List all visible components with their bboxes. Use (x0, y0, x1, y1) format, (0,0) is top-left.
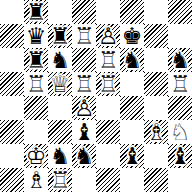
piece-white-rook[interactable]: ♜♖ (72, 72, 96, 96)
square-d1[interactable] (72, 168, 96, 192)
square-d2[interactable]: ♞♞ (72, 144, 96, 168)
square-b8[interactable]: ♜♜ (24, 0, 48, 24)
piece-glyph: ♗ (24, 168, 48, 192)
piece-glyph-halo: ♜ (24, 72, 48, 96)
square-h5[interactable]: ♜♖ (168, 72, 192, 96)
square-g3[interactable]: ♝♗ (144, 120, 168, 144)
piece-glyph: ♖ (72, 72, 96, 96)
piece-glyph: ♕ (48, 72, 72, 96)
square-e8[interactable] (96, 0, 120, 24)
piece-glyph-halo: ♞ (168, 120, 192, 144)
square-d5[interactable]: ♜♖ (72, 72, 96, 96)
piece-glyph-halo: ♜ (72, 72, 96, 96)
piece-glyph: ♗ (144, 120, 168, 144)
piece-black-knight[interactable]: ♞♞ (72, 144, 96, 168)
piece-black-knight[interactable]: ♞♞ (48, 48, 72, 72)
square-c3[interactable] (48, 120, 72, 144)
square-b6[interactable]: ♜♜ (24, 48, 48, 72)
piece-glyph: ♞ (48, 144, 72, 168)
square-e3[interactable] (96, 120, 120, 144)
piece-glyph: ♝ (168, 144, 192, 168)
piece-glyph-halo: ♝ (120, 144, 144, 168)
piece-white-rook[interactable]: ♜♖ (48, 168, 72, 192)
piece-glyph-halo: ♜ (96, 48, 120, 72)
square-f1[interactable] (120, 168, 144, 192)
square-c7[interactable]: ♜♜ (48, 24, 72, 48)
piece-glyph: ♞ (48, 48, 72, 72)
square-c5[interactable]: ♛♕ (48, 72, 72, 96)
piece-glyph-halo: ♟ (96, 24, 120, 48)
piece-glyph-halo: ♞ (72, 144, 96, 168)
square-a5[interactable] (0, 72, 24, 96)
square-h7[interactable] (168, 24, 192, 48)
square-c4[interactable] (48, 96, 72, 120)
square-c6[interactable]: ♞♞ (48, 48, 72, 72)
piece-white-pawn[interactable]: ♟♙ (96, 24, 120, 48)
piece-glyph: ♖ (24, 72, 48, 96)
square-a7[interactable] (0, 24, 24, 48)
square-a3[interactable] (0, 120, 24, 144)
square-h3[interactable]: ♞♘ (168, 120, 192, 144)
piece-black-rook[interactable]: ♜♜ (24, 0, 48, 24)
piece-glyph-halo: ♚ (24, 144, 48, 168)
piece-glyph-halo: ♜ (48, 24, 72, 48)
square-b3[interactable] (24, 120, 48, 144)
piece-black-rook[interactable]: ♜♜ (24, 48, 48, 72)
square-e6[interactable]: ♜♖ (96, 48, 120, 72)
square-g8[interactable] (144, 0, 168, 24)
piece-white-bishop[interactable]: ♝♗ (24, 168, 48, 192)
piece-white-knight[interactable]: ♞♘ (168, 120, 192, 144)
piece-glyph: ♜ (48, 24, 72, 48)
piece-glyph-halo: ♝ (72, 120, 96, 144)
piece-black-knight[interactable]: ♞♞ (48, 144, 72, 168)
piece-white-king[interactable]: ♚♔ (24, 144, 48, 168)
square-f8[interactable] (120, 0, 144, 24)
square-b1[interactable]: ♝♗ (24, 168, 48, 192)
piece-glyph-halo: ♜ (96, 72, 120, 96)
piece-glyph-halo: ♜ (24, 48, 48, 72)
square-e7[interactable]: ♟♙ (96, 24, 120, 48)
piece-glyph: ♔ (24, 144, 48, 168)
piece-glyph-halo: ♜ (24, 0, 48, 24)
piece-white-rook[interactable]: ♜♖ (96, 48, 120, 72)
piece-glyph: ♚ (120, 24, 144, 48)
piece-glyph: ♝ (120, 144, 144, 168)
square-d7[interactable]: ♜♖ (72, 24, 96, 48)
piece-glyph: ♙ (96, 24, 120, 48)
piece-glyph-halo: ♞ (48, 144, 72, 168)
piece-white-rook[interactable]: ♜♖ (72, 24, 96, 48)
piece-black-queen[interactable]: ♛♛ (24, 24, 48, 48)
piece-black-bishop[interactable]: ♝♝ (120, 144, 144, 168)
piece-glyph: ♜ (24, 48, 48, 72)
piece-glyph: ♞ (120, 48, 144, 72)
piece-glyph-halo: ♜ (168, 72, 192, 96)
piece-glyph-halo: ♝ (24, 168, 48, 192)
square-f6[interactable]: ♞♞ (120, 48, 144, 72)
square-c2[interactable]: ♞♞ (48, 144, 72, 168)
piece-black-rook[interactable]: ♜♜ (48, 24, 72, 48)
piece-glyph: ♞ (72, 144, 96, 168)
square-d4[interactable]: ♟♙ (72, 96, 96, 120)
piece-white-rook[interactable]: ♜♖ (24, 72, 48, 96)
square-e4[interactable] (96, 96, 120, 120)
piece-black-bishop[interactable]: ♝♝ (168, 144, 192, 168)
square-a4[interactable] (0, 96, 24, 120)
square-g2[interactable] (144, 144, 168, 168)
square-g5[interactable] (144, 72, 168, 96)
piece-glyph: ♛ (24, 24, 48, 48)
square-f7[interactable]: ♚♚ (120, 24, 144, 48)
square-h1[interactable] (168, 168, 192, 192)
square-a2[interactable] (0, 144, 24, 168)
piece-glyph: ♖ (48, 168, 72, 192)
piece-glyph: ♜ (24, 0, 48, 24)
square-f2[interactable]: ♝♝ (120, 144, 144, 168)
piece-glyph-halo: ♞ (120, 48, 144, 72)
piece-black-bishop[interactable]: ♝♝ (72, 120, 96, 144)
square-g1[interactable] (144, 168, 168, 192)
piece-white-rook[interactable]: ♜♖ (168, 72, 192, 96)
piece-glyph: ♙ (72, 96, 96, 120)
chess-board: ♜♜♛♛♜♜♜♖♟♙♚♚♜♜♞♞♜♖♞♞♞♞♜♖♛♕♜♖♜♖♜♖♟♙♝♝♝♗♞♘… (0, 0, 192, 192)
square-b2[interactable]: ♚♔ (24, 144, 48, 168)
piece-white-rook[interactable]: ♜♖ (96, 72, 120, 96)
square-h2[interactable]: ♝♝ (168, 144, 192, 168)
piece-glyph: ♖ (96, 72, 120, 96)
square-d6[interactable] (72, 48, 96, 72)
piece-glyph-halo: ♜ (72, 24, 96, 48)
piece-glyph: ♖ (72, 24, 96, 48)
piece-black-knight[interactable]: ♞♞ (168, 48, 192, 72)
square-b5[interactable]: ♜♖ (24, 72, 48, 96)
square-h6[interactable]: ♞♞ (168, 48, 192, 72)
square-g4[interactable] (144, 96, 168, 120)
square-a1[interactable] (0, 168, 24, 192)
square-b4[interactable] (24, 96, 48, 120)
square-e5[interactable]: ♜♖ (96, 72, 120, 96)
square-f3[interactable] (120, 120, 144, 144)
square-f4[interactable] (120, 96, 144, 120)
piece-glyph-halo: ♞ (48, 48, 72, 72)
square-e2[interactable] (96, 144, 120, 168)
square-g7[interactable] (144, 24, 168, 48)
piece-black-king[interactable]: ♚♚ (120, 24, 144, 48)
piece-glyph-halo: ♛ (24, 24, 48, 48)
piece-glyph-halo: ♞ (168, 48, 192, 72)
piece-white-queen[interactable]: ♛♕ (48, 72, 72, 96)
square-d8[interactable] (72, 0, 96, 24)
piece-glyph-halo: ♛ (48, 72, 72, 96)
square-b7[interactable]: ♛♛ (24, 24, 48, 48)
square-f5[interactable] (120, 72, 144, 96)
piece-glyph-halo: ♝ (168, 144, 192, 168)
square-g6[interactable] (144, 48, 168, 72)
square-d3[interactable]: ♝♝ (72, 120, 96, 144)
square-a8[interactable] (0, 0, 24, 24)
piece-glyph: ♝ (72, 120, 96, 144)
piece-white-bishop[interactable]: ♝♗ (144, 120, 168, 144)
square-c8[interactable] (48, 0, 72, 24)
piece-glyph-halo: ♜ (48, 168, 72, 192)
piece-glyph: ♞ (168, 48, 192, 72)
square-e1[interactable] (96, 168, 120, 192)
piece-black-knight[interactable]: ♞♞ (120, 48, 144, 72)
piece-glyph-halo: ♝ (144, 120, 168, 144)
square-c1[interactable]: ♜♖ (48, 168, 72, 192)
square-h4[interactable] (168, 96, 192, 120)
piece-glyph: ♘ (168, 120, 192, 144)
piece-glyph: ♖ (96, 48, 120, 72)
piece-white-pawn[interactable]: ♟♙ (72, 96, 96, 120)
square-h8[interactable] (168, 0, 192, 24)
piece-glyph-halo: ♚ (120, 24, 144, 48)
piece-glyph-halo: ♟ (72, 96, 96, 120)
piece-glyph: ♖ (168, 72, 192, 96)
square-a6[interactable] (0, 48, 24, 72)
